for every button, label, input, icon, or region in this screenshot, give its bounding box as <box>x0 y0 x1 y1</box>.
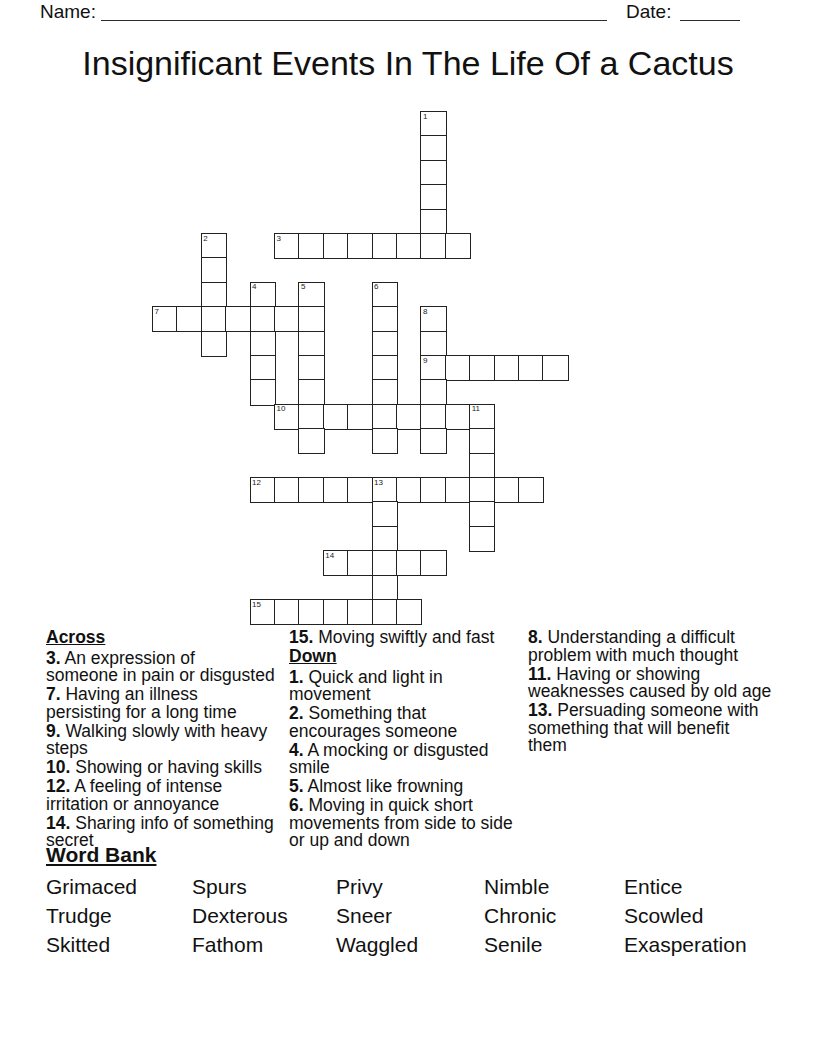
name-label: Name: <box>40 1 96 22</box>
grid-cell[interactable] <box>323 477 349 503</box>
grid-cell[interactable]: 12 <box>250 477 276 503</box>
clue-11-down: 11. Having or showing weaknesses caused … <box>528 666 780 701</box>
grid-cell[interactable] <box>201 257 227 283</box>
grid-cell[interactable] <box>372 575 398 601</box>
down-clues-header: Down <box>289 648 527 666</box>
grid-cell[interactable] <box>420 135 446 161</box>
grid-cell[interactable] <box>323 599 349 625</box>
grid-cell[interactable] <box>494 355 520 381</box>
grid-cell[interactable] <box>420 184 446 210</box>
clue-number: 2 <box>203 235 207 243</box>
grid-cell[interactable] <box>396 477 422 503</box>
grid-cell[interactable]: 3 <box>274 233 300 259</box>
grid-cell[interactable] <box>372 306 398 332</box>
grid-cell[interactable] <box>396 599 422 625</box>
clue-number: 11 <box>472 405 480 413</box>
grid-cell[interactable]: 13 <box>372 477 398 503</box>
clue-text: Understanding a difficult problem with m… <box>528 627 738 665</box>
clue-5-down: 5. Almost like frowning <box>289 778 527 796</box>
grid-cell[interactable] <box>372 355 398 381</box>
clue-9-across: 9. Walking slowly with heavy steps <box>46 723 292 758</box>
grid-cell[interactable] <box>372 599 398 625</box>
grid-cell[interactable] <box>298 477 324 503</box>
grid-cell[interactable] <box>469 526 495 552</box>
grid-cell[interactable] <box>347 404 373 430</box>
word-bank-word: Scowled <box>624 901 784 930</box>
grid-cell[interactable] <box>347 477 373 503</box>
grid-cell[interactable] <box>445 233 471 259</box>
clue-number: 6 <box>374 283 378 291</box>
word-bank: GrimacedSpursPrivyNimbleEnticeTrudgeDext… <box>46 872 784 959</box>
grid-cell[interactable] <box>250 331 276 357</box>
grid-cell[interactable] <box>372 404 398 430</box>
grid-cell[interactable] <box>298 233 324 259</box>
clue-number: 15 <box>252 601 261 609</box>
grid-cell[interactable] <box>372 550 398 576</box>
grid-cell[interactable] <box>420 160 446 186</box>
grid-cell[interactable] <box>445 404 471 430</box>
clue-number: 13 <box>374 479 383 487</box>
grid-cell[interactable]: 4 <box>250 282 276 308</box>
grid-cell[interactable]: 6 <box>372 282 398 308</box>
clue-text: Persuading someone with something that w… <box>528 700 759 755</box>
clue-12-across: 12. A feeling of intense irritation or a… <box>46 778 292 813</box>
grid-cell[interactable] <box>469 355 495 381</box>
clue-3-across: 3. An expression of someone in pain or d… <box>46 650 292 685</box>
clue-13-down: 13. Persuading someone with something th… <box>528 702 780 755</box>
clue-text: Quick and light in movement <box>289 667 443 705</box>
grid-cell[interactable] <box>372 428 398 454</box>
grid-cell[interactable] <box>469 453 495 479</box>
grid-cell[interactable] <box>372 501 398 527</box>
grid-cell[interactable] <box>250 379 276 405</box>
grid-cell[interactable] <box>298 355 324 381</box>
clue-7-across: 7. Having an illness persisting for a lo… <box>46 686 292 721</box>
grid-cell[interactable] <box>298 331 324 357</box>
grid-cell[interactable]: 8 <box>420 306 446 332</box>
grid-cell[interactable] <box>298 428 324 454</box>
grid-cell[interactable] <box>420 428 446 454</box>
grid-cell[interactable] <box>201 331 227 357</box>
grid-cell[interactable] <box>445 477 471 503</box>
grid-cell[interactable]: 7 <box>152 306 178 332</box>
grid-cell[interactable] <box>298 379 324 405</box>
clue-text: Something that encourages someone <box>289 703 457 741</box>
date-label: Date: <box>626 1 671 22</box>
grid-cell[interactable] <box>298 306 324 332</box>
grid-cell[interactable] <box>396 550 422 576</box>
grid-cell[interactable]: 1 <box>420 111 446 137</box>
word-bank-word: Grimaced <box>46 872 192 901</box>
word-bank-word: Senile <box>484 930 624 959</box>
grid-cell[interactable] <box>542 355 568 381</box>
crossword-grid: 123456789101112131415 <box>152 111 569 626</box>
word-bank-word: Dexterous <box>192 901 336 930</box>
grid-cell[interactable] <box>323 404 349 430</box>
grid-cell[interactable] <box>420 379 446 405</box>
word-bank-word: Spurs <box>192 872 336 901</box>
grid-cell[interactable] <box>420 209 446 235</box>
word-bank-word: Sneer <box>336 901 484 930</box>
grid-cell[interactable] <box>396 233 422 259</box>
grid-cell[interactable] <box>372 233 398 259</box>
grid-cell[interactable]: 10 <box>274 404 300 430</box>
clue-label: 10. <box>46 757 70 777</box>
grid-cell[interactable] <box>274 477 300 503</box>
grid-cell[interactable] <box>201 282 227 308</box>
word-bank-word: Nimble <box>484 872 624 901</box>
word-bank-word: Waggled <box>336 930 484 959</box>
word-bank-word: Privy <box>336 872 484 901</box>
grid-cell[interactable] <box>225 306 251 332</box>
grid-cell[interactable] <box>445 355 471 381</box>
clue-number: 1 <box>423 113 427 121</box>
clue-text: An expression of someone in pain or disg… <box>46 648 275 686</box>
grid-cell[interactable] <box>396 404 422 430</box>
clue-column-middle: 15. Moving swiftly and fastDown1. Quick … <box>289 629 527 851</box>
grid-cell[interactable] <box>347 550 373 576</box>
grid-cell[interactable] <box>323 233 349 259</box>
grid-cell[interactable]: 11 <box>469 404 495 430</box>
grid-cell[interactable] <box>201 306 227 332</box>
clue-label: 15. <box>289 627 313 647</box>
word-bank-word: Exasperation <box>624 930 784 959</box>
clue-number: 12 <box>252 479 261 487</box>
date-blank-line[interactable] <box>680 20 740 21</box>
word-bank-word: Fathom <box>192 930 336 959</box>
word-bank-word: Skitted <box>46 930 192 959</box>
clue-15-across: 15. Moving swiftly and fast <box>289 629 527 647</box>
grid-cell[interactable]: 9 <box>420 355 446 381</box>
clue-1-down: 1. Quick and light in movement <box>289 669 527 704</box>
word-bank-word: Entice <box>624 872 784 901</box>
clue-2-down: 2. Something that encourages someone <box>289 705 527 740</box>
clue-10-across: 10. Showing or having skills <box>46 759 292 777</box>
grid-cell[interactable] <box>274 599 300 625</box>
grid-cell[interactable] <box>420 477 446 503</box>
clue-text: Having an illness persisting for a long … <box>46 684 237 722</box>
clue-column-right: 8. Understanding a difficult problem wit… <box>528 629 780 756</box>
grid-cell[interactable]: 14 <box>323 550 349 576</box>
grid-cell[interactable] <box>176 306 202 332</box>
clue-4-down: 4. A mocking or disgusted smile <box>289 742 527 777</box>
clue-8-down: 8. Understanding a difficult problem wit… <box>528 629 780 664</box>
grid-cell[interactable] <box>420 404 446 430</box>
clue-text: A feeling of intense irritation or annoy… <box>46 776 222 814</box>
clue-text: Walking slowly with heavy steps <box>46 721 267 759</box>
grid-cell[interactable] <box>518 355 544 381</box>
across-clues-header: Across <box>46 629 292 647</box>
clue-number: 7 <box>155 308 159 316</box>
grid-cell[interactable] <box>298 599 324 625</box>
clue-column-left: Across3. An expression of someone in pai… <box>46 629 292 851</box>
grid-cell[interactable] <box>420 550 446 576</box>
clue-text: Having or showing weaknesses caused by o… <box>528 664 771 702</box>
word-bank-header: Word Bank <box>46 843 156 867</box>
grid-cell[interactable] <box>420 331 446 357</box>
clue-text: A mocking or disgusted smile <box>289 740 488 778</box>
clue-text: Showing or having skills <box>75 757 262 777</box>
grid-cell[interactable]: 2 <box>201 233 227 259</box>
grid-cell[interactable] <box>250 306 276 332</box>
grid-cell[interactable]: 5 <box>298 282 324 308</box>
puzzle-title: Insignificant Events In The Life Of a Ca… <box>0 44 816 82</box>
grid-cell[interactable] <box>298 404 324 430</box>
clue-number: 3 <box>277 235 281 243</box>
clue-text: Moving swiftly and fast <box>318 627 494 647</box>
worksheet-page: Name: Date: Insignificant Events In The … <box>0 0 816 1056</box>
clue-text: Almost like frowning <box>308 776 464 796</box>
clue-text: Moving in quick short movements from sid… <box>289 795 513 850</box>
clue-number: 9 <box>423 357 427 365</box>
clue-label: 5. <box>289 776 304 796</box>
clue-number: 10 <box>277 405 286 413</box>
clue-number: 5 <box>301 283 305 291</box>
grid-cell[interactable] <box>372 379 398 405</box>
name-blank-line[interactable] <box>101 20 607 21</box>
grid-cell[interactable] <box>347 599 373 625</box>
grid-cell[interactable] <box>347 233 373 259</box>
grid-cell[interactable] <box>494 477 520 503</box>
grid-cell[interactable] <box>274 306 300 332</box>
grid-cell[interactable] <box>250 355 276 381</box>
grid-cell[interactable] <box>420 233 446 259</box>
clue-6-down: 6. Moving in quick short movements from … <box>289 797 527 850</box>
clue-number: 4 <box>252 283 256 291</box>
grid-cell[interactable] <box>372 331 398 357</box>
word-bank-word: Chronic <box>484 901 624 930</box>
grid-cell[interactable] <box>469 477 495 503</box>
clue-number: 14 <box>325 552 334 560</box>
grid-cell[interactable] <box>469 428 495 454</box>
grid-cell[interactable] <box>518 477 544 503</box>
grid-cell[interactable]: 15 <box>250 599 276 625</box>
clue-number: 8 <box>423 308 427 316</box>
word-bank-word: Trudge <box>46 901 192 930</box>
grid-cell[interactable] <box>469 501 495 527</box>
grid-cell[interactable] <box>372 526 398 552</box>
